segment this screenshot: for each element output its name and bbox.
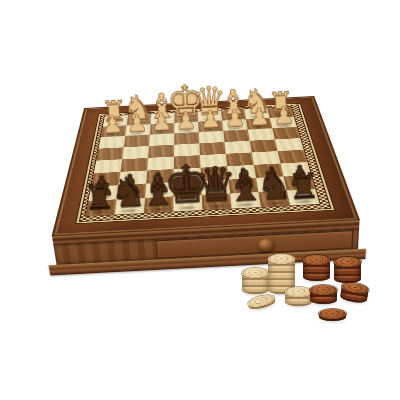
piece-shadow — [148, 206, 170, 212]
square-h8: ♜ — [86, 199, 117, 216]
inlay-border: ♜♞♝♚♛♝♞♜♟♟♟♟♟♟♟♟♟♟♟♟♟♟♟♟♜♞♝♚♛♝♞♜ — [76, 104, 334, 224]
square-a6 — [281, 162, 312, 177]
piece-shadow — [118, 208, 141, 214]
chess-board-grid: ♜♞♝♚♛♝♞♜♟♟♟♟♟♟♟♟♟♟♟♟♟♟♟♟♜♞♝♚♛♝♞♜ — [86, 107, 320, 216]
square-f4 — [148, 145, 174, 158]
square-e7: ♟ — [174, 181, 202, 197]
square-a3 — [272, 127, 300, 139]
square-c6 — [227, 165, 256, 180]
square-g5 — [121, 158, 149, 172]
square-d7: ♟ — [201, 179, 230, 195]
square-d3 — [199, 131, 225, 143]
square-h5 — [94, 159, 122, 173]
square-b8: ♞ — [259, 191, 291, 207]
square-c8: ♝ — [230, 192, 261, 208]
square-b2: ♟ — [246, 118, 272, 130]
chess-box-top: ♜♞♝♚♛♝♞♜♟♟♟♟♟♟♟♟♟♟♟♟♟♟♟♟♜♞♝♚♛♝♞♜ — [54, 97, 357, 235]
square-g4 — [122, 146, 149, 159]
square-a8: ♜ — [287, 189, 320, 205]
square-g2: ♟ — [125, 124, 150, 136]
square-a7: ♟ — [284, 175, 316, 190]
product-photo: ♜♞♝♚♛♝♞♜♟♟♟♟♟♟♟♟♟♟♟♟♟♟♟♟♜♞♝♚♛♝♞♜ — [0, 0, 400, 400]
square-f8: ♝ — [144, 196, 173, 213]
square-d6 — [201, 166, 229, 181]
perspective-scene: ♜♞♝♚♛♝♞♜♟♟♟♟♟♟♟♟♟♟♟♟♟♟♟♟♜♞♝♚♛♝♞♜ — [21, 0, 383, 337]
square-f5 — [147, 157, 174, 171]
chess-box-tilt-wrapper: ♜♞♝♚♛♝♞♜♟♟♟♟♟♟♟♟♟♟♟♟♟♟♟♟♜♞♝♚♛♝♞♜ — [21, 0, 385, 393]
piece-shadow — [235, 202, 258, 208]
square-f7: ♟ — [145, 182, 174, 198]
box-front-face — [52, 219, 360, 275]
square-f2: ♟ — [150, 123, 175, 135]
square-b6 — [254, 163, 284, 178]
piece-shadow — [206, 203, 228, 209]
square-f6 — [146, 169, 174, 184]
square-d8: ♛ — [202, 194, 232, 210]
piece-shadow — [264, 200, 287, 206]
square-e8: ♚ — [173, 195, 202, 212]
square-c7: ♟ — [229, 178, 259, 193]
square-g3 — [124, 135, 150, 148]
square-b7: ♟ — [256, 177, 287, 192]
piece-shadow — [261, 186, 283, 192]
piece-shadow — [293, 199, 316, 205]
piece-shadow — [89, 209, 112, 215]
piece-shadow — [177, 205, 199, 211]
drawer-knob[interactable] — [259, 238, 275, 251]
square-e3 — [174, 132, 199, 144]
square-h6 — [91, 172, 120, 187]
square-e4 — [174, 143, 200, 156]
square-f3 — [149, 133, 174, 146]
square-e6 — [174, 168, 201, 183]
square-g8: ♞ — [115, 198, 145, 215]
